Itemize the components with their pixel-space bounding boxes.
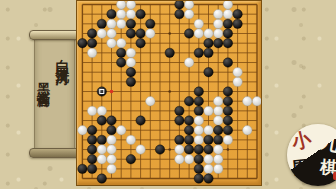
stone-white bbox=[194, 19, 203, 28]
stone-white bbox=[126, 1, 135, 9]
stone-white bbox=[117, 38, 126, 47]
star-point bbox=[168, 148, 171, 151]
stone-white bbox=[243, 126, 252, 135]
stone-black bbox=[97, 174, 106, 183]
stone-black bbox=[194, 106, 203, 115]
stone-white bbox=[146, 97, 155, 106]
white-player-column: 白罗洗河 bbox=[56, 48, 70, 62]
stone-black bbox=[184, 126, 193, 135]
stone-black bbox=[175, 9, 184, 18]
stone-black bbox=[78, 164, 87, 173]
stone-white bbox=[214, 97, 223, 106]
stone-white bbox=[97, 145, 106, 154]
stone-white bbox=[214, 19, 223, 28]
stone-white bbox=[78, 126, 87, 135]
app-stage: 白罗洗河 黑崔哲瀚 小 九 围 棋 bbox=[0, 0, 336, 189]
stone-white bbox=[243, 97, 252, 106]
stone-white bbox=[117, 1, 126, 9]
stone-white bbox=[194, 126, 203, 135]
stone-white bbox=[117, 126, 126, 135]
stone-white bbox=[136, 145, 145, 154]
stone-white bbox=[223, 1, 232, 9]
stone-white bbox=[184, 9, 193, 18]
stone-black bbox=[194, 164, 203, 173]
logo-char-jiu: 九 bbox=[318, 131, 336, 153]
stone-white bbox=[223, 135, 232, 144]
star-point bbox=[168, 90, 171, 93]
stone-black bbox=[184, 29, 193, 38]
stone-black bbox=[175, 106, 184, 115]
stone-black bbox=[204, 174, 213, 183]
stone-black bbox=[87, 126, 96, 135]
stone-black bbox=[97, 19, 106, 28]
star-point bbox=[168, 32, 171, 35]
stone-white bbox=[107, 38, 116, 47]
stone-white bbox=[175, 145, 184, 154]
stone-white bbox=[184, 1, 193, 9]
stone-white bbox=[107, 135, 116, 144]
logo-char-wei: 围 bbox=[292, 158, 311, 177]
stone-black bbox=[184, 135, 193, 144]
stone-white bbox=[214, 155, 223, 164]
black-player-name: 崔哲瀚 bbox=[36, 80, 51, 86]
stone-black bbox=[87, 145, 96, 154]
stone-white bbox=[214, 116, 223, 125]
stone-black bbox=[97, 87, 106, 96]
stone-white bbox=[146, 29, 155, 38]
stone-black bbox=[214, 126, 223, 135]
stone-black bbox=[194, 87, 203, 96]
stone-black bbox=[117, 48, 126, 57]
stone-black bbox=[233, 19, 242, 28]
stone-white bbox=[107, 145, 116, 154]
stone-white bbox=[97, 29, 106, 38]
stone-white bbox=[97, 106, 106, 115]
scroll-roll-top bbox=[29, 30, 82, 40]
black-label: 黑 bbox=[36, 72, 51, 74]
stone-white bbox=[117, 9, 126, 18]
stone-black bbox=[126, 29, 135, 38]
stone-white bbox=[223, 9, 232, 18]
star-point bbox=[227, 148, 230, 151]
stone-black bbox=[87, 29, 96, 38]
stone-black bbox=[184, 116, 193, 125]
stone-white bbox=[204, 106, 213, 115]
stone-black bbox=[194, 48, 203, 57]
stone-black bbox=[117, 58, 126, 67]
stone-black bbox=[194, 97, 203, 106]
stone-white bbox=[252, 97, 261, 106]
stone-black bbox=[223, 19, 232, 28]
stone-white bbox=[194, 135, 203, 144]
stone-black bbox=[87, 38, 96, 47]
stone-white bbox=[194, 29, 203, 38]
stone-black bbox=[87, 164, 96, 173]
stone-white bbox=[184, 155, 193, 164]
stone-white bbox=[214, 29, 223, 38]
stone-black bbox=[146, 19, 155, 28]
stone-white bbox=[87, 48, 96, 57]
stone-black bbox=[204, 145, 213, 154]
stone-white bbox=[214, 106, 223, 115]
stone-white bbox=[107, 155, 116, 164]
stone-white bbox=[107, 19, 116, 28]
red-dot-marker bbox=[110, 90, 114, 94]
stone-white bbox=[204, 155, 213, 164]
stone-white bbox=[126, 58, 135, 67]
stone-white bbox=[87, 106, 96, 115]
stone-black bbox=[204, 38, 213, 47]
stone-black bbox=[126, 155, 135, 164]
stone-black bbox=[223, 38, 232, 47]
stone-black bbox=[223, 58, 232, 67]
stone-black bbox=[223, 97, 232, 106]
stone-white bbox=[204, 164, 213, 173]
black-player-column: 黑崔哲瀚 bbox=[37, 72, 50, 86]
stone-black bbox=[87, 155, 96, 164]
stone-black bbox=[223, 87, 232, 96]
stone-black bbox=[223, 126, 232, 135]
stone-black bbox=[214, 135, 223, 144]
stone-black bbox=[107, 9, 116, 18]
stone-black bbox=[155, 145, 164, 154]
stone-white bbox=[126, 48, 135, 57]
stone-black bbox=[165, 48, 174, 57]
stone-white bbox=[204, 126, 213, 135]
stone-black bbox=[223, 106, 232, 115]
stone-black bbox=[233, 9, 242, 18]
stone-black bbox=[204, 135, 213, 144]
stone-white bbox=[214, 9, 223, 18]
stone-black bbox=[223, 29, 232, 38]
stone-white bbox=[126, 9, 135, 18]
white-label: 白 bbox=[55, 48, 71, 50]
stone-black bbox=[194, 155, 203, 164]
stone-black bbox=[175, 135, 184, 144]
stone-black bbox=[97, 135, 106, 144]
stone-black bbox=[136, 38, 145, 47]
stone-black bbox=[87, 135, 96, 144]
stone-black bbox=[136, 116, 145, 125]
stone-white bbox=[107, 29, 116, 38]
stone-black bbox=[97, 116, 106, 125]
stone-black bbox=[204, 48, 213, 57]
logo-char-xiao: 小 bbox=[290, 129, 313, 152]
stone-black bbox=[223, 116, 232, 125]
stone-black bbox=[136, 9, 145, 18]
stone-black bbox=[126, 77, 135, 86]
scroll-roll-bottom bbox=[29, 148, 82, 158]
stone-black bbox=[204, 67, 213, 76]
stone-white bbox=[214, 145, 223, 154]
xiaojiu-weiqi-logo: 小 九 围 棋 bbox=[287, 124, 336, 186]
stone-black bbox=[78, 38, 87, 47]
stone-white bbox=[184, 58, 193, 67]
stone-white bbox=[175, 155, 184, 164]
stone-white bbox=[194, 116, 203, 125]
stone-black bbox=[126, 19, 135, 28]
stone-white bbox=[117, 19, 126, 28]
stone-black bbox=[194, 174, 203, 183]
stone-white bbox=[107, 164, 116, 173]
board-grid[interactable] bbox=[77, 1, 261, 185]
player-scroll: 白罗洗河 黑崔哲瀚 bbox=[32, 30, 77, 158]
stone-white bbox=[233, 67, 242, 76]
stone-white bbox=[204, 29, 213, 38]
stone-white bbox=[214, 164, 223, 173]
stone-black bbox=[126, 67, 135, 76]
stone-black bbox=[175, 116, 184, 125]
stone-white bbox=[126, 135, 135, 144]
stone-white bbox=[233, 77, 242, 86]
stone-black bbox=[184, 97, 193, 106]
stone-black bbox=[136, 29, 145, 38]
white-player-name: 罗洗河 bbox=[55, 56, 71, 62]
stone-black bbox=[194, 145, 203, 154]
stone-white bbox=[97, 155, 106, 164]
go-board[interactable] bbox=[76, 0, 262, 186]
stone-black bbox=[107, 116, 116, 125]
stone-black bbox=[175, 1, 184, 9]
stone-black bbox=[107, 126, 116, 135]
stone-black bbox=[184, 145, 193, 154]
stone-black bbox=[214, 38, 223, 47]
